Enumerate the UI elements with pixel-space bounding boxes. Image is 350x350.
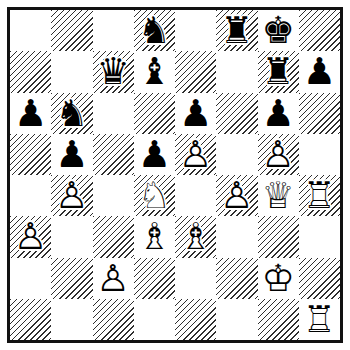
square-a7[interactable] — [10, 51, 51, 92]
square-h4[interactable]: ♜♖ — [299, 175, 340, 216]
square-f1[interactable] — [216, 299, 257, 340]
square-f8[interactable]: ♜♜ — [216, 10, 257, 51]
white-knight-d4: ♞♘ — [134, 175, 175, 216]
square-g1[interactable] — [258, 299, 299, 340]
square-b4[interactable]: ♟♙ — [51, 175, 92, 216]
square-a4[interactable] — [10, 175, 51, 216]
white-pawn-f4: ♟♙ — [216, 175, 257, 216]
square-b8[interactable] — [51, 10, 92, 51]
square-a3[interactable]: ♟♙ — [10, 216, 51, 257]
square-b6[interactable]: ♞♞ — [51, 93, 92, 134]
white-pawn-icon: ♙ — [93, 258, 134, 299]
square-e1[interactable] — [175, 299, 216, 340]
square-d5[interactable]: ♟♟ — [134, 134, 175, 175]
square-f5[interactable] — [216, 134, 257, 175]
square-f6[interactable] — [216, 93, 257, 134]
square-a2[interactable] — [10, 258, 51, 299]
square-g4[interactable]: ♛♕ — [258, 175, 299, 216]
black-pawn-icon: ♟ — [299, 51, 340, 92]
chess-board: ♞♞♜♜♚♚♛♛♝♝♜♜♟♟♟♟♞♞♟♟♟♟♟♟♟♟♟♙♟♙♟♙♞♘♟♙♛♕♜♖… — [10, 10, 340, 340]
black-rook-icon: ♜ — [258, 51, 299, 92]
white-pawn-icon: ♙ — [175, 134, 216, 175]
white-bishop-e3: ♝♗ — [175, 216, 216, 257]
square-e6[interactable]: ♟♟ — [175, 93, 216, 134]
square-a1[interactable] — [10, 299, 51, 340]
square-h1[interactable]: ♜♖ — [299, 299, 340, 340]
black-knight-b6: ♞♞ — [51, 93, 92, 134]
square-b3[interactable] — [51, 216, 92, 257]
black-pawn-d5: ♟♟ — [134, 134, 175, 175]
square-f7[interactable] — [216, 51, 257, 92]
square-h6[interactable] — [299, 93, 340, 134]
square-e5[interactable]: ♟♙ — [175, 134, 216, 175]
square-d3[interactable]: ♝♗ — [134, 216, 175, 257]
white-pawn-icon: ♙ — [258, 134, 299, 175]
square-c3[interactable] — [93, 216, 134, 257]
square-d1[interactable] — [134, 299, 175, 340]
black-pawn-icon: ♟ — [175, 93, 216, 134]
square-e2[interactable] — [175, 258, 216, 299]
square-g2[interactable]: ♚♔ — [258, 258, 299, 299]
square-g3[interactable] — [258, 216, 299, 257]
white-rook-h4: ♜♖ — [299, 175, 340, 216]
white-king-g2: ♚♔ — [258, 258, 299, 299]
black-rook-f8: ♜♜ — [216, 10, 257, 51]
square-f4[interactable]: ♟♙ — [216, 175, 257, 216]
black-queen-icon: ♛ — [93, 51, 134, 92]
black-pawn-g6: ♟♟ — [258, 93, 299, 134]
black-knight-d8: ♞♞ — [134, 10, 175, 51]
white-pawn-g5: ♟♙ — [258, 134, 299, 175]
black-knight-icon: ♞ — [134, 10, 175, 51]
square-d4[interactable]: ♞♘ — [134, 175, 175, 216]
black-pawn-a6: ♟♟ — [10, 93, 51, 134]
black-pawn-h7: ♟♟ — [299, 51, 340, 92]
black-pawn-icon: ♟ — [51, 134, 92, 175]
square-a8[interactable] — [10, 10, 51, 51]
square-h2[interactable] — [299, 258, 340, 299]
square-e7[interactable] — [175, 51, 216, 92]
black-pawn-b5: ♟♟ — [51, 134, 92, 175]
square-c5[interactable] — [93, 134, 134, 175]
white-pawn-b4: ♟♙ — [51, 175, 92, 216]
black-pawn-icon: ♟ — [258, 93, 299, 134]
black-king-g8: ♚♚ — [258, 10, 299, 51]
square-c4[interactable] — [93, 175, 134, 216]
square-c2[interactable]: ♟♙ — [93, 258, 134, 299]
square-h5[interactable] — [299, 134, 340, 175]
square-c8[interactable] — [93, 10, 134, 51]
square-e3[interactable]: ♝♗ — [175, 216, 216, 257]
black-knight-icon: ♞ — [51, 93, 92, 134]
white-pawn-icon: ♙ — [216, 175, 257, 216]
square-g6[interactable]: ♟♟ — [258, 93, 299, 134]
square-e4[interactable] — [175, 175, 216, 216]
white-pawn-icon: ♙ — [51, 175, 92, 216]
square-d7[interactable]: ♝♝ — [134, 51, 175, 92]
chess-board-frame: ♞♞♜♜♚♚♛♛♝♝♜♜♟♟♟♟♞♞♟♟♟♟♟♟♟♟♟♙♟♙♟♙♞♘♟♙♛♕♜♖… — [7, 7, 343, 343]
white-queen-g4: ♛♕ — [258, 175, 299, 216]
black-bishop-icon: ♝ — [134, 51, 175, 92]
square-g8[interactable]: ♚♚ — [258, 10, 299, 51]
black-pawn-e6: ♟♟ — [175, 93, 216, 134]
square-h7[interactable]: ♟♟ — [299, 51, 340, 92]
square-c7[interactable]: ♛♛ — [93, 51, 134, 92]
white-bishop-icon: ♗ — [134, 216, 175, 257]
white-queen-icon: ♕ — [258, 175, 299, 216]
black-king-icon: ♚ — [258, 10, 299, 51]
square-b2[interactable] — [51, 258, 92, 299]
square-f2[interactable] — [216, 258, 257, 299]
black-pawn-icon: ♟ — [134, 134, 175, 175]
black-bishop-d7: ♝♝ — [134, 51, 175, 92]
black-rook-icon: ♜ — [216, 10, 257, 51]
white-pawn-e5: ♟♙ — [175, 134, 216, 175]
square-d6[interactable] — [134, 93, 175, 134]
white-bishop-icon: ♗ — [175, 216, 216, 257]
square-b7[interactable] — [51, 51, 92, 92]
white-pawn-icon: ♙ — [10, 216, 51, 257]
square-a5[interactable] — [10, 134, 51, 175]
black-pawn-icon: ♟ — [10, 93, 51, 134]
square-h3[interactable] — [299, 216, 340, 257]
square-g5[interactable]: ♟♙ — [258, 134, 299, 175]
square-f3[interactable] — [216, 216, 257, 257]
white-knight-icon: ♘ — [134, 175, 175, 216]
white-pawn-a3: ♟♙ — [10, 216, 51, 257]
square-g7[interactable]: ♜♜ — [258, 51, 299, 92]
square-b1[interactable] — [51, 299, 92, 340]
square-c1[interactable] — [93, 299, 134, 340]
square-b5[interactable]: ♟♟ — [51, 134, 92, 175]
square-d8[interactable]: ♞♞ — [134, 10, 175, 51]
black-rook-g7: ♜♜ — [258, 51, 299, 92]
white-rook-h1: ♜♖ — [299, 299, 340, 340]
black-queen-c7: ♛♛ — [93, 51, 134, 92]
white-rook-icon: ♖ — [299, 175, 340, 216]
white-bishop-d3: ♝♗ — [134, 216, 175, 257]
white-king-icon: ♔ — [258, 258, 299, 299]
square-e8[interactable] — [175, 10, 216, 51]
square-h8[interactable] — [299, 10, 340, 51]
square-c6[interactable] — [93, 93, 134, 134]
white-rook-icon: ♖ — [299, 299, 340, 340]
white-pawn-c2: ♟♙ — [93, 258, 134, 299]
square-d2[interactable] — [134, 258, 175, 299]
square-a6[interactable]: ♟♟ — [10, 93, 51, 134]
